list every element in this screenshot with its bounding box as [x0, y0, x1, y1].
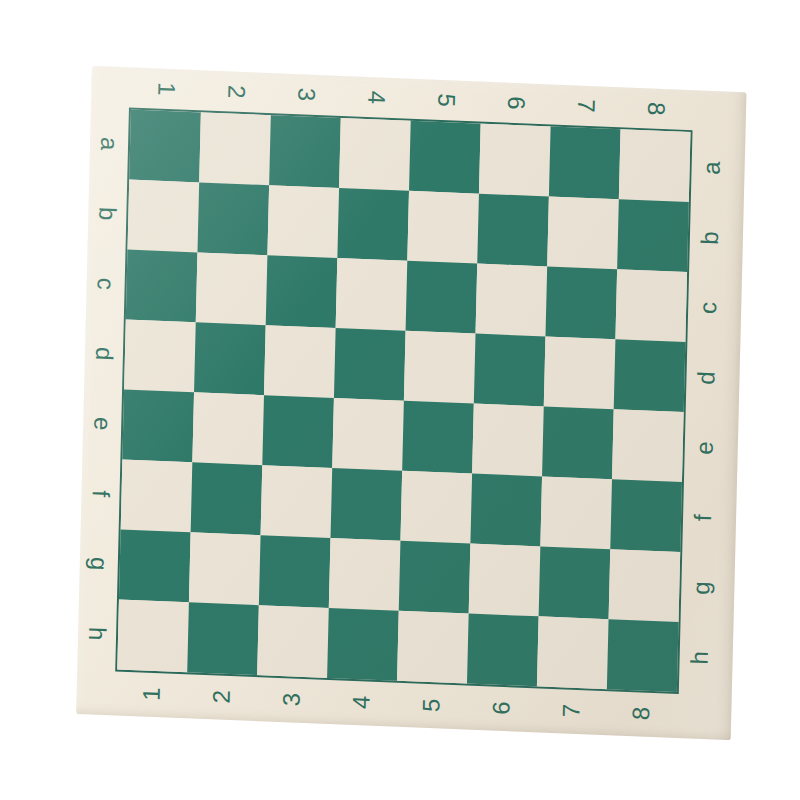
square-f5	[400, 471, 472, 544]
file-left-label-g: g	[63, 543, 134, 584]
square-d6	[474, 334, 546, 407]
rank-bottom-label-5: 5	[410, 669, 454, 741]
square-g3	[259, 535, 331, 608]
chess-board	[115, 108, 692, 695]
square-c7	[545, 266, 617, 339]
rank-bottom-label-1: 1	[130, 658, 174, 730]
square-c3	[266, 255, 338, 328]
square-c2	[196, 252, 268, 325]
square-c6	[476, 264, 548, 337]
square-e2	[192, 392, 264, 465]
rank-top-label-8: 8	[635, 73, 677, 145]
square-g5	[399, 541, 471, 614]
rank-bottom-label-8: 8	[619, 678, 663, 750]
file-right-label-h: h	[664, 636, 735, 679]
file-right-label-d: d	[671, 357, 742, 400]
rank-bottom-label-7: 7	[549, 675, 593, 747]
square-g4	[329, 538, 401, 611]
square-f2	[191, 462, 263, 535]
rank-top-label-5: 5	[425, 64, 467, 136]
square-e6	[472, 404, 544, 477]
file-right-label-e: e	[669, 426, 740, 469]
rank-bottom-label-2: 2	[200, 661, 244, 733]
rank-top-label-4: 4	[355, 62, 397, 134]
square-b6	[477, 194, 549, 267]
square-g2	[189, 532, 261, 605]
square-e5	[402, 401, 474, 474]
rank-bottom-label-3: 3	[270, 664, 314, 736]
square-b3	[267, 185, 339, 258]
file-left-label-a: a	[74, 123, 145, 164]
square-g6	[469, 544, 541, 617]
rank-top-label-2: 2	[216, 56, 258, 128]
file-left-label-e: e	[67, 403, 138, 444]
file-left-label-h: h	[62, 613, 133, 654]
square-e4	[332, 398, 404, 471]
rank-top-label-1: 1	[146, 53, 188, 125]
rank-bottom-label-6: 6	[480, 672, 524, 744]
rank-top-label-7: 7	[565, 70, 607, 142]
file-labels-right: abcdefgh	[679, 132, 733, 694]
square-d7	[544, 336, 616, 409]
file-right-label-c: c	[673, 287, 744, 330]
rank-top-label-6: 6	[495, 67, 537, 139]
square-g7	[539, 546, 611, 619]
square-f4	[331, 468, 403, 541]
file-left-label-b: b	[72, 193, 143, 234]
chessboard-mat: 12345678 12345678 abcdefgh abcdefgh	[76, 66, 746, 740]
rank-bottom-label-4: 4	[340, 666, 384, 738]
rank-top-label-3: 3	[285, 59, 327, 131]
file-right-label-f: f	[668, 496, 739, 539]
square-d4	[334, 328, 406, 401]
square-d3	[264, 325, 336, 398]
square-f7	[540, 476, 612, 549]
file-left-label-f: f	[65, 473, 136, 514]
square-f3	[261, 465, 333, 538]
square-e3	[262, 395, 334, 468]
file-right-label-b: b	[674, 217, 745, 260]
square-d5	[404, 331, 476, 404]
square-c4	[336, 258, 408, 331]
file-left-label-c: c	[70, 263, 141, 304]
square-f6	[470, 474, 542, 547]
file-right-label-a: a	[676, 147, 747, 190]
square-b7	[547, 196, 619, 269]
square-b2	[197, 182, 269, 255]
square-d2	[194, 322, 266, 395]
file-right-label-g: g	[666, 566, 737, 609]
square-e7	[542, 406, 614, 479]
square-b4	[337, 188, 409, 261]
square-b5	[407, 191, 479, 264]
file-left-label-d: d	[69, 333, 140, 374]
square-c5	[406, 261, 478, 334]
